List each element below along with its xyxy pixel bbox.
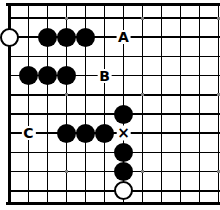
black-stone <box>114 105 133 124</box>
grid-vline <box>142 4 144 203</box>
star-point <box>141 17 144 20</box>
star-point <box>65 93 68 96</box>
black-stone <box>76 28 95 47</box>
grid-vline <box>180 4 182 203</box>
star-point <box>217 93 220 96</box>
star-point <box>141 93 144 96</box>
grid-vline <box>28 4 30 203</box>
black-stone <box>38 66 57 85</box>
black-stone <box>76 124 95 143</box>
black-stone <box>95 124 114 143</box>
black-stone <box>114 162 133 181</box>
star-point <box>217 17 220 20</box>
black-stone <box>114 143 133 162</box>
black-stone <box>57 28 76 47</box>
grid-vline <box>161 4 163 203</box>
star-point <box>141 170 144 173</box>
star-point <box>65 17 68 20</box>
label-C: C <box>21 126 35 140</box>
white-stone <box>0 28 19 47</box>
grid-hline <box>8 94 220 96</box>
star-point <box>217 170 220 173</box>
white-stone <box>114 181 133 200</box>
grid-vline <box>104 4 106 203</box>
grid-vline <box>218 4 220 203</box>
board-frame-bottom <box>6 202 220 205</box>
grid-hline <box>8 56 220 58</box>
black-stone <box>19 66 38 85</box>
go-board: ABC× <box>0 0 220 210</box>
label-B: B <box>97 69 112 83</box>
board-frame-top <box>6 3 220 6</box>
black-stone <box>38 28 57 47</box>
grid-vline <box>199 4 201 203</box>
black-stone <box>57 66 76 85</box>
grid-hline <box>8 17 220 19</box>
black-stone <box>57 124 76 143</box>
grid-hline <box>8 132 220 134</box>
mark-x: × <box>116 126 131 141</box>
label-A: A <box>116 30 131 44</box>
star-point <box>65 170 68 173</box>
